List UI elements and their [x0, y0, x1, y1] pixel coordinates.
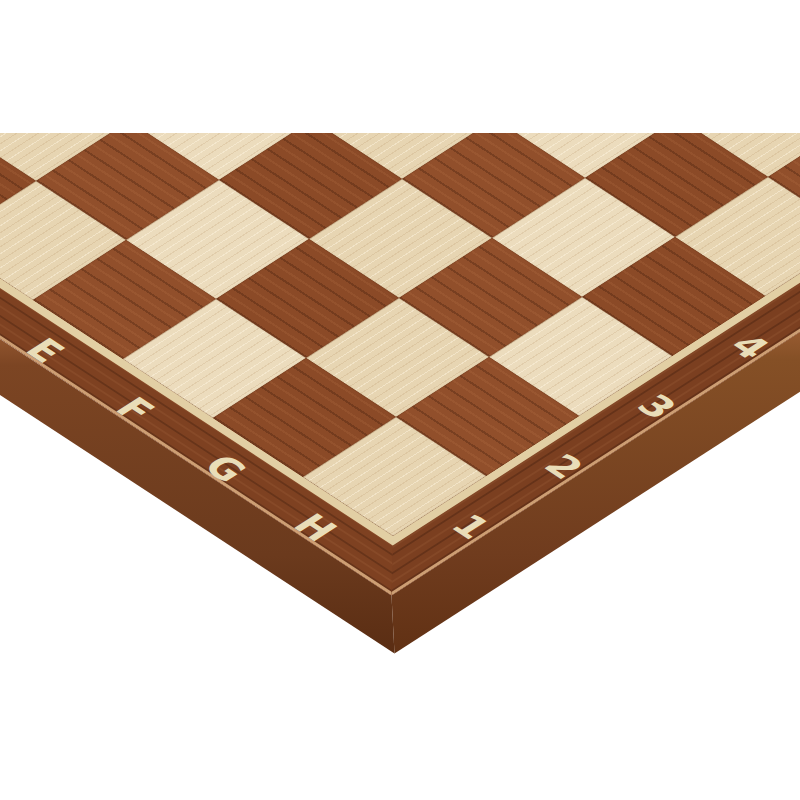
photo-crop-white-band — [0, 0, 800, 133]
product-photo-stage: ABCDEFGH12345678 — [0, 0, 800, 800]
